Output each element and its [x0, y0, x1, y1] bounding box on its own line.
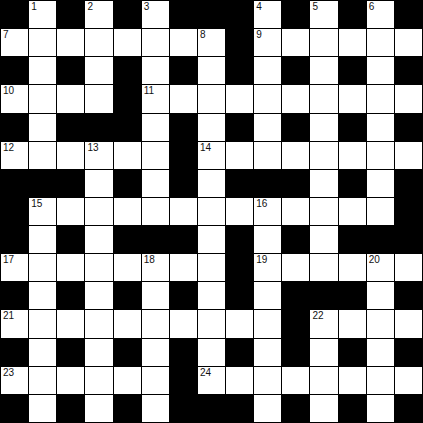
grid-cell[interactable]	[85, 57, 112, 84]
grid-cell[interactable]	[57, 367, 84, 394]
grid-cell-block	[395, 1, 422, 28]
clue-number: 22	[312, 310, 323, 321]
grid-cell[interactable]	[310, 339, 337, 366]
grid-cell-block	[29, 170, 56, 197]
grid-cell[interactable]	[367, 367, 394, 394]
clue-number: 7	[3, 29, 9, 40]
grid-cell-block	[1, 1, 28, 28]
grid-cell[interactable]	[85, 85, 112, 112]
grid-cell[interactable]	[282, 142, 309, 169]
clue-number: 19	[256, 254, 267, 265]
grid-cell-block	[114, 226, 141, 253]
grid-cell[interactable]	[85, 29, 112, 56]
grid-cell[interactable]	[282, 198, 309, 225]
grid-cell-block	[339, 57, 366, 84]
grid-cell[interactable]	[29, 254, 56, 281]
grid-cell-block	[395, 226, 422, 253]
grid-cell-block	[114, 57, 141, 84]
grid-cell[interactable]	[254, 57, 281, 84]
grid-cell-block	[1, 170, 28, 197]
grid-cell[interactable]	[142, 170, 169, 197]
clue-number: 21	[3, 310, 14, 321]
clue-number: 4	[256, 1, 262, 12]
grid-cell[interactable]: 8	[198, 29, 225, 56]
grid-cell[interactable]	[170, 310, 197, 337]
grid-cell[interactable]	[29, 142, 56, 169]
grid-cell[interactable]	[198, 310, 225, 337]
grid-cell-block	[1, 395, 28, 422]
grid-cell-block	[282, 282, 309, 309]
grid-cell[interactable]: 12	[1, 142, 28, 169]
grid-cell-block	[226, 57, 253, 84]
grid-cell[interactable]	[310, 254, 337, 281]
grid-cell[interactable]	[339, 367, 366, 394]
grid-cell[interactable]	[310, 367, 337, 394]
grid-cell[interactable]	[310, 29, 337, 56]
grid-cell-block	[57, 395, 84, 422]
grid-cell-block	[282, 57, 309, 84]
grid-cell[interactable]	[310, 198, 337, 225]
grid-cell[interactable]	[367, 85, 394, 112]
grid-cell-block	[282, 310, 309, 337]
grid-cell[interactable]	[226, 142, 253, 169]
grid-cell[interactable]	[367, 114, 394, 141]
grid-cell-block	[226, 339, 253, 366]
grid-cell[interactable]	[57, 198, 84, 225]
grid-cell-block	[339, 339, 366, 366]
grid-cell[interactable]	[85, 226, 112, 253]
grid-cell[interactable]	[254, 282, 281, 309]
grid-cell-block	[170, 395, 197, 422]
grid-cell-block	[1, 339, 28, 366]
grid-cell[interactable]	[142, 310, 169, 337]
grid-cell[interactable]	[254, 310, 281, 337]
grid-cell[interactable]	[57, 310, 84, 337]
grid-cell[interactable]: 3	[142, 1, 169, 28]
crossword-puzzle: 123456789101112131415161718192021222324	[0, 0, 423, 423]
grid-cell[interactable]	[282, 85, 309, 112]
grid-cell-block	[395, 170, 422, 197]
clue-number: 10	[3, 85, 14, 96]
clue-number: 3	[144, 1, 150, 12]
grid-cell-block	[57, 1, 84, 28]
clue-number: 5	[312, 1, 318, 12]
grid-cell-block	[85, 114, 112, 141]
grid-cell[interactable]	[29, 282, 56, 309]
grid-cell[interactable]	[395, 142, 422, 169]
grid-cell[interactable]	[395, 254, 422, 281]
grid-cell-block	[367, 226, 394, 253]
grid-cell-block	[339, 226, 366, 253]
grid-cell[interactable]: 13	[85, 142, 112, 169]
grid-cell[interactable]	[114, 367, 141, 394]
grid-cell-block	[339, 114, 366, 141]
grid-cell-block	[170, 170, 197, 197]
clue-number: 18	[144, 254, 155, 265]
grid-cell[interactable]	[142, 339, 169, 366]
grid-cell[interactable]	[282, 367, 309, 394]
grid-cell[interactable]	[198, 198, 225, 225]
grid-cell-block	[1, 282, 28, 309]
grid-cell[interactable]	[367, 57, 394, 84]
grid-cell[interactable]: 11	[142, 85, 169, 112]
grid-cell[interactable]	[29, 310, 56, 337]
grid-cell[interactable]: 17	[1, 254, 28, 281]
grid-cell[interactable]	[395, 367, 422, 394]
grid-cell[interactable]	[310, 142, 337, 169]
clue-number: 13	[87, 142, 98, 153]
grid-cell[interactable]: 4	[254, 1, 281, 28]
clue-number: 17	[3, 254, 14, 265]
grid-cell[interactable]	[339, 142, 366, 169]
clue-number: 16	[256, 198, 267, 209]
grid-cell[interactable]	[198, 114, 225, 141]
clue-number: 6	[369, 1, 375, 12]
grid-cell[interactable]	[367, 282, 394, 309]
grid-cell-block	[170, 339, 197, 366]
grid-cell[interactable]	[85, 198, 112, 225]
grid-cell-block	[57, 114, 84, 141]
grid-cell[interactable]	[29, 395, 56, 422]
grid-cell-block	[310, 282, 337, 309]
grid-cell-block	[57, 170, 84, 197]
grid-cell-block	[282, 339, 309, 366]
grid-cell[interactable]	[226, 310, 253, 337]
clue-number: 9	[256, 29, 262, 40]
grid-cell[interactable]	[85, 395, 112, 422]
grid-cell-block	[226, 170, 253, 197]
grid-cell-block	[1, 57, 28, 84]
grid-cell[interactable]	[254, 339, 281, 366]
grid-cell[interactable]	[29, 226, 56, 253]
grid-cell[interactable]	[29, 114, 56, 141]
grid-cell[interactable]	[254, 226, 281, 253]
grid-cell[interactable]	[142, 395, 169, 422]
grid-cell-block	[395, 339, 422, 366]
grid-cell-block	[226, 29, 253, 56]
grid-cell[interactable]	[254, 114, 281, 141]
grid-cell-block	[226, 1, 253, 28]
grid-cell-block	[226, 282, 253, 309]
grid-cell[interactable]: 1	[29, 1, 56, 28]
grid-cell-block	[57, 226, 84, 253]
grid-cell[interactable]	[142, 282, 169, 309]
clue-number: 20	[369, 254, 380, 265]
grid-cell-block	[282, 170, 309, 197]
grid-cell[interactable]	[198, 282, 225, 309]
grid-cell[interactable]: 9	[254, 29, 281, 56]
grid-cell[interactable]	[339, 254, 366, 281]
grid-cell[interactable]	[226, 367, 253, 394]
clue-number: 11	[144, 85, 154, 96]
grid-cell[interactable]	[142, 142, 169, 169]
grid-cell-block	[170, 282, 197, 309]
grid-cell[interactable]	[367, 170, 394, 197]
grid-cell[interactable]	[114, 29, 141, 56]
grid-cell-block	[57, 57, 84, 84]
grid-cell[interactable]	[85, 310, 112, 337]
grid-cell-block	[170, 367, 197, 394]
grid-cell-block	[339, 170, 366, 197]
grid-cell[interactable]: 5	[310, 1, 337, 28]
clue-number: 2	[87, 1, 93, 12]
grid-cell-block	[339, 395, 366, 422]
grid-cell-block	[198, 1, 225, 28]
grid-cell[interactable]	[282, 29, 309, 56]
grid-cell-block	[339, 282, 366, 309]
grid-cell-block	[114, 282, 141, 309]
grid-cell[interactable]	[114, 310, 141, 337]
grid-cell-block	[114, 170, 141, 197]
grid-cell[interactable]: 2	[85, 1, 112, 28]
grid-cell[interactable]	[226, 85, 253, 112]
grid-cell-block	[282, 226, 309, 253]
grid-cell[interactable]	[57, 142, 84, 169]
grid-cell[interactable]	[85, 254, 112, 281]
clue-number: 8	[200, 29, 206, 40]
grid-cell-block	[1, 226, 28, 253]
grid-cell[interactable]	[367, 142, 394, 169]
grid-cell[interactable]	[170, 198, 197, 225]
grid-cell-block	[170, 226, 197, 253]
grid-cell[interactable]	[57, 29, 84, 56]
grid-cell[interactable]	[254, 367, 281, 394]
grid-cell[interactable]	[367, 395, 394, 422]
grid-cell[interactable]	[395, 85, 422, 112]
grid-cell-block	[1, 198, 28, 225]
crossword-grid: 123456789101112131415161718192021222324	[0, 0, 423, 423]
grid-cell[interactable]	[367, 339, 394, 366]
grid-cell-block	[282, 395, 309, 422]
grid-cell[interactable]	[254, 85, 281, 112]
grid-cell[interactable]	[198, 254, 225, 281]
grid-cell[interactable]	[367, 310, 394, 337]
grid-cell-block	[226, 395, 253, 422]
grid-cell[interactable]	[170, 85, 197, 112]
grid-cell[interactable]	[57, 254, 84, 281]
grid-cell[interactable]	[57, 85, 84, 112]
grid-cell[interactable]: 10	[1, 85, 28, 112]
grid-cell[interactable]	[142, 198, 169, 225]
grid-cell[interactable]	[85, 170, 112, 197]
grid-cell-block	[114, 339, 141, 366]
grid-cell[interactable]: 24	[198, 367, 225, 394]
grid-cell[interactable]	[198, 339, 225, 366]
clue-number: 1	[31, 1, 37, 12]
grid-cell-block	[226, 254, 253, 281]
grid-cell[interactable]	[254, 395, 281, 422]
grid-cell-block	[198, 395, 225, 422]
grid-cell-block	[142, 226, 169, 253]
grid-cell-block	[114, 395, 141, 422]
grid-cell[interactable]	[339, 85, 366, 112]
grid-cell-block	[57, 282, 84, 309]
grid-cell[interactable]	[198, 57, 225, 84]
grid-cell-block	[395, 282, 422, 309]
clue-number: 24	[200, 367, 211, 378]
grid-cell-block	[114, 1, 141, 28]
grid-cell[interactable]	[395, 29, 422, 56]
grid-cell[interactable]	[367, 29, 394, 56]
grid-cell[interactable]	[339, 310, 366, 337]
grid-cell[interactable]	[310, 170, 337, 197]
grid-cell-block	[254, 170, 281, 197]
grid-cell[interactable]: 14	[198, 142, 225, 169]
grid-cell-block	[57, 339, 84, 366]
grid-cell[interactable]	[367, 198, 394, 225]
grid-cell[interactable]	[29, 57, 56, 84]
grid-cell[interactable]	[29, 29, 56, 56]
grid-cell[interactable]	[198, 226, 225, 253]
grid-cell[interactable]: 20	[367, 254, 394, 281]
grid-cell-block	[395, 395, 422, 422]
grid-cell[interactable]	[339, 198, 366, 225]
grid-cell[interactable]	[198, 170, 225, 197]
grid-cell[interactable]	[85, 339, 112, 366]
grid-cell[interactable]	[226, 198, 253, 225]
grid-cell[interactable]	[85, 282, 112, 309]
grid-cell[interactable]	[142, 29, 169, 56]
grid-cell-block	[395, 57, 422, 84]
grid-cell[interactable]	[170, 29, 197, 56]
grid-cell[interactable]	[142, 367, 169, 394]
grid-cell[interactable]: 23	[1, 367, 28, 394]
grid-cell[interactable]	[114, 254, 141, 281]
grid-cell[interactable]	[170, 254, 197, 281]
grid-cell[interactable]	[395, 310, 422, 337]
grid-cell[interactable]	[310, 85, 337, 112]
clue-number: 14	[200, 142, 211, 153]
grid-cell-block	[395, 114, 422, 141]
grid-cell[interactable]	[310, 57, 337, 84]
grid-cell-block	[282, 1, 309, 28]
grid-cell-block	[170, 1, 197, 28]
grid-cell[interactable]	[254, 142, 281, 169]
grid-cell-block	[226, 114, 253, 141]
grid-cell[interactable]	[29, 367, 56, 394]
grid-cell-block	[395, 198, 422, 225]
grid-cell-block	[226, 226, 253, 253]
grid-cell[interactable]: 16	[254, 198, 281, 225]
grid-cell[interactable]	[29, 85, 56, 112]
grid-cell[interactable]: 21	[1, 310, 28, 337]
clue-number: 15	[31, 198, 42, 209]
grid-cell-block	[282, 114, 309, 141]
grid-cell[interactable]	[310, 114, 337, 141]
grid-cell-block	[1, 114, 28, 141]
grid-cell-block	[339, 1, 366, 28]
grid-cell[interactable]	[142, 57, 169, 84]
grid-cell-block	[170, 142, 197, 169]
grid-cell[interactable]	[198, 85, 225, 112]
grid-cell[interactable]	[29, 339, 56, 366]
grid-cell[interactable]	[310, 395, 337, 422]
grid-cell[interactable]	[282, 254, 309, 281]
grid-cell-block	[114, 85, 141, 112]
clue-number: 23	[3, 367, 14, 378]
grid-cell[interactable]: 19	[254, 254, 281, 281]
grid-cell[interactable]	[85, 367, 112, 394]
grid-cell[interactable]: 18	[142, 254, 169, 281]
grid-cell[interactable]: 22	[310, 310, 337, 337]
grid-cell-block	[114, 114, 141, 141]
grid-cell[interactable]	[114, 198, 141, 225]
clue-number: 12	[3, 142, 14, 153]
grid-cell[interactable]: 7	[1, 29, 28, 56]
grid-cell[interactable]	[142, 114, 169, 141]
grid-cell[interactable]: 6	[367, 1, 394, 28]
grid-cell-block	[170, 114, 197, 141]
grid-cell-block	[170, 57, 197, 84]
grid-cell[interactable]	[339, 29, 366, 56]
grid-cell[interactable]	[310, 226, 337, 253]
grid-cell[interactable]: 15	[29, 198, 56, 225]
grid-cell[interactable]	[114, 142, 141, 169]
